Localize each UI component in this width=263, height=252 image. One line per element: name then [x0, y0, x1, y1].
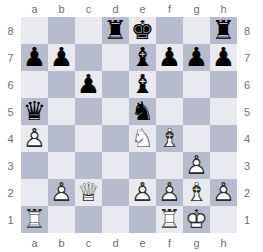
file-label-top-f: f [156, 0, 183, 17]
black-pawn: ♟ [48, 44, 75, 71]
square-h4[interactable] [210, 125, 237, 152]
rank-label-left-8: 8 [0, 17, 21, 44]
chess-diagram: abcdefgh 87654321 ♜♚♜♟♟♝♟♟♟♟♝♛♞♟♙♞♘♝♗♟♙♟… [0, 0, 263, 252]
black-pawn: ♟ [156, 44, 183, 71]
square-c4[interactable] [75, 125, 102, 152]
rank-label-left-1: 1 [0, 206, 21, 233]
square-a2[interactable] [21, 179, 48, 206]
square-d5[interactable] [102, 98, 129, 125]
square-g6[interactable] [183, 71, 210, 98]
white-bishop: ♝♗ [183, 179, 210, 206]
square-c6[interactable]: ♟ [75, 71, 102, 98]
square-h1[interactable] [210, 206, 237, 233]
file-label-bottom-d: d [102, 233, 129, 252]
square-c5[interactable] [75, 98, 102, 125]
square-f2[interactable]: ♟♙ [156, 179, 183, 206]
square-b5[interactable] [48, 98, 75, 125]
black-pawn: ♟ [210, 44, 237, 71]
rank-label-left-4: 4 [0, 125, 21, 152]
square-c3[interactable] [75, 152, 102, 179]
white-bishop-outline-glyph: ♗ [158, 125, 181, 152]
white-pawn: ♟♙ [129, 179, 156, 206]
square-g8[interactable] [183, 17, 210, 44]
file-label-top-c: c [75, 0, 102, 17]
rank-label-right-1: 1 [237, 206, 257, 233]
square-b3[interactable] [48, 152, 75, 179]
black-knight: ♞ [129, 98, 156, 125]
black-queen: ♛ [21, 98, 48, 125]
square-c1[interactable] [75, 206, 102, 233]
rank-label-right-2: 2 [237, 179, 257, 206]
square-h3[interactable] [210, 152, 237, 179]
square-e2[interactable]: ♟♙ [129, 179, 156, 206]
square-e6[interactable]: ♝ [129, 71, 156, 98]
square-f7[interactable]: ♟ [156, 44, 183, 71]
rank-label-right-6: 6 [237, 71, 257, 98]
white-king-outline-glyph: ♔ [185, 206, 208, 233]
rank-label-right-5: 5 [237, 98, 257, 125]
square-f3[interactable] [156, 152, 183, 179]
rank-label-left-5: 5 [0, 98, 21, 125]
rank-label-right-4: 4 [237, 125, 257, 152]
square-g4[interactable] [183, 125, 210, 152]
square-e4[interactable]: ♞♘ [129, 125, 156, 152]
black-rook: ♜ [102, 17, 129, 44]
square-e1[interactable] [129, 206, 156, 233]
white-pawn-outline-glyph: ♙ [212, 179, 235, 206]
file-label-bottom-c: c [75, 233, 102, 252]
white-pawn-outline-glyph: ♙ [50, 179, 73, 206]
white-queen-outline-glyph: ♕ [77, 179, 100, 206]
rank-label-left-2: 2 [0, 179, 21, 206]
square-e3[interactable] [129, 152, 156, 179]
file-label-top-a: a [21, 0, 48, 17]
square-e8[interactable]: ♚ [129, 17, 156, 44]
white-knight: ♞♘ [129, 125, 156, 152]
white-pawn: ♟♙ [21, 125, 48, 152]
square-d2[interactable] [102, 179, 129, 206]
square-h2[interactable]: ♟♙ [210, 179, 237, 206]
black-bishop: ♝ [129, 44, 156, 71]
file-label-top-b: b [48, 0, 75, 17]
white-pawn: ♟♙ [156, 179, 183, 206]
square-d8[interactable]: ♜ [102, 17, 129, 44]
rank-label-right-7: 7 [237, 44, 257, 71]
file-label-bottom-a: a [21, 233, 48, 252]
square-e7[interactable]: ♝ [129, 44, 156, 71]
square-d6[interactable] [102, 71, 129, 98]
square-g5[interactable] [183, 98, 210, 125]
square-d7[interactable] [102, 44, 129, 71]
square-a1[interactable]: ♜♖ [21, 206, 48, 233]
square-h7[interactable]: ♟ [210, 44, 237, 71]
white-pawn-outline-glyph: ♙ [23, 125, 46, 152]
white-rook-outline-glyph: ♖ [158, 206, 181, 233]
square-a5[interactable]: ♛ [21, 98, 48, 125]
square-c7[interactable] [75, 44, 102, 71]
file-label-bottom-g: g [183, 233, 210, 252]
rank-label-right-8: 8 [237, 17, 257, 44]
square-h6[interactable] [210, 71, 237, 98]
file-label-bottom-b: b [48, 233, 75, 252]
black-pawn: ♟ [21, 44, 48, 71]
square-f5[interactable] [156, 98, 183, 125]
file-label-top-g: g [183, 0, 210, 17]
white-pawn: ♟♙ [210, 179, 237, 206]
white-pawn: ♟♙ [183, 152, 210, 179]
white-queen: ♛♕ [75, 179, 102, 206]
file-label-bottom-h: h [210, 233, 237, 252]
square-h5[interactable] [210, 98, 237, 125]
square-a6[interactable] [21, 71, 48, 98]
file-labels-bottom: abcdefgh [21, 233, 237, 252]
square-d4[interactable] [102, 125, 129, 152]
black-pawn: ♟ [183, 44, 210, 71]
file-labels-top: abcdefgh [21, 0, 237, 17]
black-bishop: ♝ [129, 71, 156, 98]
white-king: ♚♔ [183, 206, 210, 233]
square-c8[interactable] [75, 17, 102, 44]
black-king: ♚ [129, 17, 156, 44]
square-d1[interactable] [102, 206, 129, 233]
rank-label-right-3: 3 [237, 152, 257, 179]
square-e5[interactable]: ♞ [129, 98, 156, 125]
square-g2[interactable]: ♝♗ [183, 179, 210, 206]
square-a3[interactable] [21, 152, 48, 179]
square-f4[interactable]: ♝♗ [156, 125, 183, 152]
white-rook: ♜♖ [156, 206, 183, 233]
white-bishop-outline-glyph: ♗ [185, 179, 208, 206]
rank-labels-right: 87654321 [237, 17, 257, 233]
white-pawn: ♟♙ [48, 179, 75, 206]
file-label-bottom-e: e [129, 233, 156, 252]
square-b6[interactable] [48, 71, 75, 98]
rank-label-left-3: 3 [0, 152, 21, 179]
square-g7[interactable]: ♟ [183, 44, 210, 71]
square-b2[interactable]: ♟♙ [48, 179, 75, 206]
square-g3[interactable]: ♟♙ [183, 152, 210, 179]
square-a7[interactable]: ♟ [21, 44, 48, 71]
black-rook: ♜ [210, 17, 237, 44]
white-pawn-outline-glyph: ♙ [185, 152, 208, 179]
rank-labels-left: 87654321 [0, 17, 21, 233]
square-c2[interactable]: ♛♕ [75, 179, 102, 206]
square-b8[interactable] [48, 17, 75, 44]
white-pawn-outline-glyph: ♙ [131, 179, 154, 206]
square-f6[interactable] [156, 71, 183, 98]
file-label-bottom-f: f [156, 233, 183, 252]
chess-board: ♜♚♜♟♟♝♟♟♟♟♝♛♞♟♙♞♘♝♗♟♙♟♙♛♕♟♙♟♙♝♗♟♙♜♖♜♖♚♔ [21, 17, 237, 233]
white-knight-outline-glyph: ♘ [131, 125, 154, 152]
white-rook-outline-glyph: ♖ [23, 206, 46, 233]
square-h8[interactable]: ♜ [210, 17, 237, 44]
square-a8[interactable] [21, 17, 48, 44]
white-bishop: ♝♗ [156, 125, 183, 152]
square-a4[interactable]: ♟♙ [21, 125, 48, 152]
white-pawn-outline-glyph: ♙ [158, 179, 181, 206]
square-b1[interactable] [48, 206, 75, 233]
square-f8[interactable] [156, 17, 183, 44]
rank-label-left-7: 7 [0, 44, 21, 71]
square-f1[interactable]: ♜♖ [156, 206, 183, 233]
square-b7[interactable]: ♟ [48, 44, 75, 71]
square-b4[interactable] [48, 125, 75, 152]
square-g1[interactable]: ♚♔ [183, 206, 210, 233]
white-rook: ♜♖ [21, 206, 48, 233]
black-pawn: ♟ [75, 71, 102, 98]
rank-label-left-6: 6 [0, 71, 21, 98]
square-d3[interactable] [102, 152, 129, 179]
